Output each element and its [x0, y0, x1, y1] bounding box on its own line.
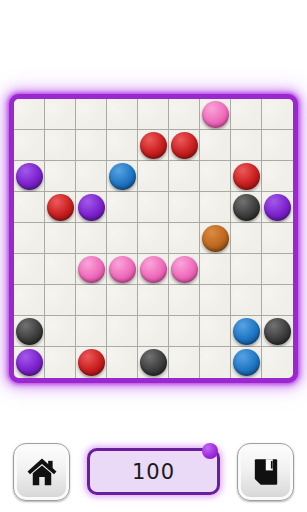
board-cell[interactable] [14, 254, 45, 285]
board-cell[interactable] [262, 254, 293, 285]
board-cell[interactable] [76, 347, 107, 378]
board-cell[interactable] [107, 192, 138, 223]
board-cell[interactable] [14, 316, 45, 347]
board-cell[interactable] [231, 130, 262, 161]
board-cell[interactable] [45, 254, 76, 285]
board-cell[interactable] [262, 130, 293, 161]
board-cell[interactable] [45, 285, 76, 316]
ball-red[interactable] [47, 194, 74, 221]
board-cell[interactable] [200, 192, 231, 223]
board-cell[interactable] [76, 161, 107, 192]
ball-orange[interactable] [202, 225, 229, 252]
board-cell[interactable] [14, 285, 45, 316]
ball-purple[interactable] [264, 194, 291, 221]
board-cell[interactable] [200, 130, 231, 161]
board-cell[interactable] [169, 223, 200, 254]
home-icon [25, 455, 59, 489]
ball-pink[interactable] [140, 256, 167, 283]
board-cell[interactable] [138, 130, 169, 161]
board-cell[interactable] [169, 161, 200, 192]
board-cell[interactable] [262, 316, 293, 347]
board-cell[interactable] [231, 316, 262, 347]
board-cell[interactable] [262, 285, 293, 316]
board-cell[interactable] [138, 316, 169, 347]
ball-red[interactable] [233, 163, 260, 190]
board-cell[interactable] [138, 347, 169, 378]
board-cell[interactable] [107, 285, 138, 316]
board-cell[interactable] [231, 254, 262, 285]
board-cell[interactable] [200, 316, 231, 347]
ball-purple[interactable] [16, 349, 43, 376]
board-cell[interactable] [45, 130, 76, 161]
board-cell[interactable] [262, 99, 293, 130]
save-button[interactable] [237, 443, 294, 501]
board-cell[interactable] [262, 192, 293, 223]
game-board [9, 94, 298, 383]
ball-blue[interactable] [109, 163, 136, 190]
board-cell[interactable] [107, 223, 138, 254]
board-cell[interactable] [45, 316, 76, 347]
board-cell[interactable] [14, 99, 45, 130]
board-cell[interactable] [138, 99, 169, 130]
board-cell[interactable] [262, 347, 293, 378]
board-cell[interactable] [14, 130, 45, 161]
board-grid [14, 99, 293, 378]
board-cell[interactable] [138, 192, 169, 223]
board-cell[interactable] [76, 99, 107, 130]
board-cell[interactable] [76, 223, 107, 254]
board-cell[interactable] [45, 99, 76, 130]
board-cell[interactable] [169, 285, 200, 316]
board-cell[interactable] [138, 223, 169, 254]
board-cell[interactable] [262, 161, 293, 192]
ball-red[interactable] [140, 132, 167, 159]
ball-blue[interactable] [233, 349, 260, 376]
board-cell[interactable] [200, 161, 231, 192]
ball-gray[interactable] [16, 318, 43, 345]
board-cell[interactable] [262, 223, 293, 254]
board-cell[interactable] [76, 285, 107, 316]
board-cell[interactable] [76, 130, 107, 161]
score-box: 100 [87, 448, 220, 495]
board-cell[interactable] [138, 285, 169, 316]
ball-purple[interactable] [16, 163, 43, 190]
board-cell[interactable] [169, 99, 200, 130]
board-cell[interactable] [107, 161, 138, 192]
board-cell[interactable] [14, 192, 45, 223]
ball-pink[interactable] [78, 256, 105, 283]
board-cell[interactable] [231, 223, 262, 254]
board-cell[interactable] [76, 254, 107, 285]
board-cell[interactable] [169, 130, 200, 161]
board-cell[interactable] [107, 254, 138, 285]
board-cell[interactable] [231, 99, 262, 130]
board-cell[interactable] [14, 223, 45, 254]
board-cell[interactable] [107, 316, 138, 347]
board-cell[interactable] [169, 192, 200, 223]
board-cell[interactable] [231, 347, 262, 378]
ball-pink[interactable] [171, 256, 198, 283]
board-cell[interactable] [138, 254, 169, 285]
game-screen: 100 [0, 0, 307, 512]
ball-gray[interactable] [233, 194, 260, 221]
ball-purple[interactable] [78, 194, 105, 221]
board-cell[interactable] [200, 223, 231, 254]
board-cell[interactable] [45, 192, 76, 223]
board-cell[interactable] [14, 347, 45, 378]
board-cell[interactable] [200, 285, 231, 316]
board-cell[interactable] [107, 130, 138, 161]
board-cell[interactable] [231, 192, 262, 223]
board-cell[interactable] [45, 161, 76, 192]
ball-blue[interactable] [233, 318, 260, 345]
score-dot [202, 443, 218, 459]
board-cell[interactable] [200, 347, 231, 378]
board-cell[interactable] [45, 223, 76, 254]
board-cell[interactable] [169, 254, 200, 285]
score-value: 100 [132, 460, 175, 484]
board-cell[interactable] [200, 254, 231, 285]
board-cell[interactable] [14, 161, 45, 192]
ball-gray[interactable] [264, 318, 291, 345]
ball-red[interactable] [78, 349, 105, 376]
floppy-disk-icon [249, 455, 283, 489]
ball-gray[interactable] [140, 349, 167, 376]
ball-pink[interactable] [109, 256, 136, 283]
board-cell[interactable] [107, 99, 138, 130]
board-cell[interactable] [169, 347, 200, 378]
home-button[interactable] [13, 443, 70, 501]
board-cell[interactable] [107, 347, 138, 378]
board-cell[interactable] [138, 161, 169, 192]
board-cell[interactable] [231, 285, 262, 316]
board-cell[interactable] [76, 192, 107, 223]
ball-red[interactable] [171, 132, 198, 159]
board-cell[interactable] [45, 347, 76, 378]
board-cell[interactable] [231, 161, 262, 192]
board-cell[interactable] [76, 316, 107, 347]
board-cell[interactable] [169, 316, 200, 347]
board-cell[interactable] [200, 99, 231, 130]
ball-pink[interactable] [202, 101, 229, 128]
